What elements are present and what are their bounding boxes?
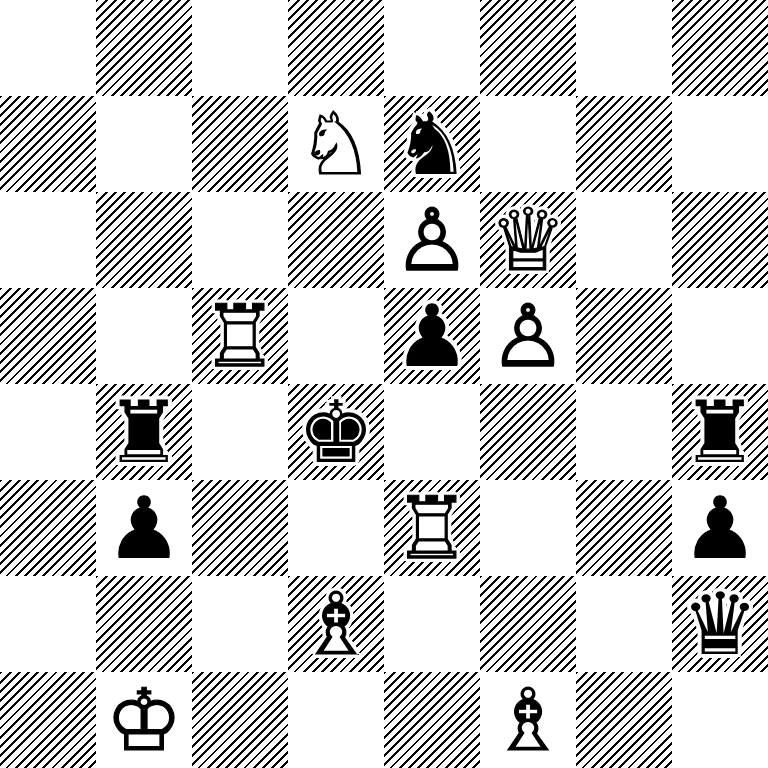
black-rook-icon: ♜ — [672, 384, 768, 480]
square-e8[interactable] — [384, 0, 480, 96]
square-d3[interactable] — [288, 480, 384, 576]
square-d5[interactable] — [288, 288, 384, 384]
square-g7[interactable] — [576, 96, 672, 192]
square-h6[interactable] — [672, 192, 768, 288]
square-h5[interactable] — [672, 288, 768, 384]
square-d8[interactable] — [288, 0, 384, 96]
square-f6[interactable]: ♛♕ — [480, 192, 576, 288]
square-c6[interactable] — [192, 192, 288, 288]
square-g4[interactable] — [576, 384, 672, 480]
square-f7[interactable] — [480, 96, 576, 192]
square-h7[interactable] — [672, 96, 768, 192]
square-h3[interactable]: ♟♟ — [672, 480, 768, 576]
square-c1[interactable] — [192, 672, 288, 768]
white-queen-icon: ♕ — [480, 192, 576, 288]
white-rook-icon: ♖ — [192, 288, 288, 384]
square-b3[interactable]: ♟♟ — [96, 480, 192, 576]
square-h8[interactable] — [672, 0, 768, 96]
square-h1[interactable] — [672, 672, 768, 768]
black-knight-e7[interactable]: ♞♞ — [384, 96, 480, 192]
black-pawn-e5[interactable]: ♟♟ — [384, 288, 480, 384]
black-pawn-b3[interactable]: ♟♟ — [96, 480, 192, 576]
square-b5[interactable] — [96, 288, 192, 384]
square-g1[interactable] — [576, 672, 672, 768]
square-b1[interactable]: ♚♔ — [96, 672, 192, 768]
black-pawn-icon: ♟ — [96, 480, 192, 576]
white-king-icon: ♔ — [96, 672, 192, 768]
black-queen-icon: ♛ — [672, 576, 768, 672]
white-pawn-icon: ♙ — [384, 192, 480, 288]
square-d1[interactable] — [288, 672, 384, 768]
square-d6[interactable] — [288, 192, 384, 288]
square-b4[interactable]: ♜♜ — [96, 384, 192, 480]
white-bishop-f1[interactable]: ♝♗ — [480, 672, 576, 768]
square-g3[interactable] — [576, 480, 672, 576]
black-rook-h4[interactable]: ♜♜ — [672, 384, 768, 480]
square-c4[interactable] — [192, 384, 288, 480]
square-a2[interactable] — [0, 576, 96, 672]
chess-board: ♞♘♞♞♟♙♛♕♜♖♟♟♟♙♜♜♚♚♜♜♟♟♜♖♟♟♝♗♛♛♚♔♝♗ — [0, 0, 768, 768]
white-bishop-d2[interactable]: ♝♗ — [288, 576, 384, 672]
square-c3[interactable] — [192, 480, 288, 576]
square-g2[interactable] — [576, 576, 672, 672]
square-a7[interactable] — [0, 96, 96, 192]
black-knight-icon: ♞ — [384, 96, 480, 192]
white-pawn-f5[interactable]: ♟♙ — [480, 288, 576, 384]
white-rook-c5[interactable]: ♜♖ — [192, 288, 288, 384]
square-e5[interactable]: ♟♟ — [384, 288, 480, 384]
white-rook-icon: ♖ — [384, 480, 480, 576]
white-queen-f6[interactable]: ♛♕ — [480, 192, 576, 288]
square-c5[interactable]: ♜♖ — [192, 288, 288, 384]
black-king-d4[interactable]: ♚♚ — [288, 384, 384, 480]
square-b8[interactable] — [96, 0, 192, 96]
square-a3[interactable] — [0, 480, 96, 576]
square-f4[interactable] — [480, 384, 576, 480]
square-c8[interactable] — [192, 0, 288, 96]
black-pawn-h3[interactable]: ♟♟ — [672, 480, 768, 576]
square-b6[interactable] — [96, 192, 192, 288]
square-a1[interactable] — [0, 672, 96, 768]
square-a6[interactable] — [0, 192, 96, 288]
square-g5[interactable] — [576, 288, 672, 384]
white-king-b1[interactable]: ♚♔ — [96, 672, 192, 768]
square-e2[interactable] — [384, 576, 480, 672]
square-f3[interactable] — [480, 480, 576, 576]
square-f1[interactable]: ♝♗ — [480, 672, 576, 768]
square-g6[interactable] — [576, 192, 672, 288]
white-rook-e3[interactable]: ♜♖ — [384, 480, 480, 576]
white-knight-icon: ♘ — [288, 96, 384, 192]
square-f5[interactable]: ♟♙ — [480, 288, 576, 384]
square-b2[interactable] — [96, 576, 192, 672]
square-e7[interactable]: ♞♞ — [384, 96, 480, 192]
black-queen-h2[interactable]: ♛♛ — [672, 576, 768, 672]
square-c7[interactable] — [192, 96, 288, 192]
white-bishop-icon: ♗ — [480, 672, 576, 768]
square-e6[interactable]: ♟♙ — [384, 192, 480, 288]
black-rook-icon: ♜ — [96, 384, 192, 480]
black-pawn-icon: ♟ — [384, 288, 480, 384]
square-f2[interactable] — [480, 576, 576, 672]
black-king-icon: ♚ — [288, 384, 384, 480]
square-b7[interactable] — [96, 96, 192, 192]
square-f8[interactable] — [480, 0, 576, 96]
square-e4[interactable] — [384, 384, 480, 480]
white-bishop-icon: ♗ — [288, 576, 384, 672]
square-c2[interactable] — [192, 576, 288, 672]
square-a5[interactable] — [0, 288, 96, 384]
white-pawn-e6[interactable]: ♟♙ — [384, 192, 480, 288]
square-h2[interactable]: ♛♛ — [672, 576, 768, 672]
square-a4[interactable] — [0, 384, 96, 480]
black-pawn-icon: ♟ — [672, 480, 768, 576]
square-d4[interactable]: ♚♚ — [288, 384, 384, 480]
square-h4[interactable]: ♜♜ — [672, 384, 768, 480]
white-pawn-icon: ♙ — [480, 288, 576, 384]
square-d7[interactable]: ♞♘ — [288, 96, 384, 192]
square-e1[interactable] — [384, 672, 480, 768]
square-a8[interactable] — [0, 0, 96, 96]
white-knight-d7[interactable]: ♞♘ — [288, 96, 384, 192]
black-rook-b4[interactable]: ♜♜ — [96, 384, 192, 480]
square-d2[interactable]: ♝♗ — [288, 576, 384, 672]
square-e3[interactable]: ♜♖ — [384, 480, 480, 576]
square-g8[interactable] — [576, 0, 672, 96]
